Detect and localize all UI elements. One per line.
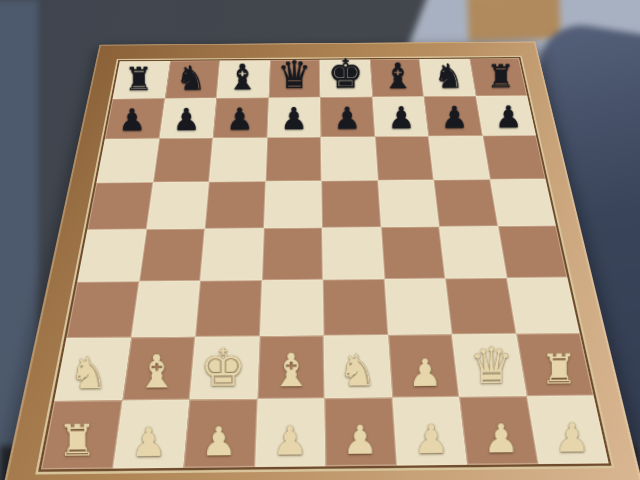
square-d4[interactable] (261, 227, 322, 279)
square-h7[interactable]: ♟ (475, 95, 536, 135)
square-b8[interactable]: ♞ (165, 60, 220, 98)
white-bishop: ♝ (135, 347, 177, 393)
black-pawn: ♟ (495, 101, 522, 131)
white-pawn: ♟ (408, 353, 442, 391)
square-c5[interactable] (205, 181, 265, 229)
white-knight: ♞ (69, 350, 109, 394)
black-rook: ♜ (125, 63, 154, 95)
square-d5[interactable] (263, 180, 322, 228)
square-e7[interactable]: ♟ (320, 96, 374, 136)
square-g3[interactable] (445, 277, 516, 334)
square-c3[interactable] (195, 279, 261, 336)
square-f4[interactable] (381, 226, 446, 278)
white-bishop: ♝ (270, 346, 312, 392)
square-a5[interactable] (87, 181, 152, 229)
black-pawn: ♟ (119, 104, 146, 135)
square-h2[interactable]: ♜ (516, 333, 594, 395)
square-c8[interactable]: ♝ (216, 60, 269, 98)
square-d3[interactable] (259, 279, 323, 336)
chess-board: ♜♞♝♛♚♝♞♜♟♟♟♟♟♟♟♟♞♝♚♝♞♟♛♜♜♟♟♟♟♟♟♟ (0, 41, 640, 480)
square-b1[interactable]: ♟ (112, 399, 189, 469)
square-b4[interactable] (139, 228, 205, 280)
black-queen: ♛ (277, 55, 311, 93)
square-f5[interactable] (377, 179, 439, 227)
white-rook: ♜ (540, 348, 577, 390)
square-g7[interactable]: ♟ (424, 95, 482, 135)
square-a8[interactable]: ♜ (113, 61, 170, 99)
black-bishop: ♝ (381, 57, 413, 93)
square-e3[interactable] (323, 278, 388, 335)
square-g6[interactable] (428, 135, 489, 179)
white-pawn: ♟ (554, 417, 590, 457)
square-d6[interactable] (265, 137, 321, 181)
black-king: ♚ (328, 53, 364, 93)
square-g2[interactable]: ♛ (452, 333, 527, 396)
square-e8[interactable]: ♚ (320, 59, 372, 96)
square-d7[interactable]: ♟ (267, 97, 321, 138)
square-c4[interactable] (200, 228, 263, 280)
white-knight: ♞ (338, 348, 377, 392)
square-h6[interactable] (482, 135, 545, 179)
square-c7[interactable]: ♟ (213, 97, 268, 138)
square-h3[interactable] (506, 277, 579, 334)
square-f6[interactable] (375, 136, 434, 180)
square-g5[interactable] (434, 179, 498, 227)
square-b2[interactable]: ♝ (122, 336, 195, 399)
square-d2[interactable]: ♝ (257, 335, 324, 398)
square-c6[interactable] (209, 137, 267, 181)
square-h5[interactable] (490, 178, 556, 226)
board-grid: ♜♞♝♛♚♝♞♜♟♟♟♟♟♟♟♟♞♝♚♝♞♟♛♜♜♟♟♟♟♟♟♟ (38, 57, 611, 472)
square-h1[interactable]: ♟ (526, 394, 608, 463)
square-c1[interactable]: ♟ (183, 398, 257, 467)
black-bishop: ♝ (226, 58, 258, 94)
square-e4[interactable] (322, 227, 384, 279)
square-a6[interactable] (96, 138, 158, 182)
white-pawn: ♟ (413, 419, 449, 459)
square-e6[interactable] (321, 136, 378, 180)
white-queen: ♛ (469, 341, 513, 391)
white-pawn: ♟ (342, 419, 378, 459)
white-king: ♚ (200, 341, 247, 393)
square-f2[interactable]: ♟ (388, 334, 459, 397)
white-rook: ♜ (58, 419, 97, 463)
square-h8[interactable]: ♜ (469, 58, 527, 95)
square-g1[interactable]: ♟ (459, 395, 538, 464)
white-pawn: ♟ (201, 421, 237, 461)
black-pawn: ♟ (387, 102, 414, 132)
black-pawn: ♟ (334, 102, 361, 133)
black-pawn: ♟ (172, 104, 199, 135)
white-pawn: ♟ (130, 421, 166, 461)
square-f7[interactable]: ♟ (372, 96, 428, 136)
square-a2[interactable]: ♞ (54, 337, 130, 400)
square-g4[interactable] (439, 226, 506, 278)
scene: ♜♞♝♛♚♝♞♜♟♟♟♟♟♟♟♟♞♝♚♝♞♟♛♜♜♟♟♟♟♟♟♟ (0, 0, 640, 480)
black-pawn: ♟ (441, 102, 468, 132)
square-e2[interactable]: ♞ (324, 335, 392, 398)
square-g8[interactable]: ♞ (419, 58, 475, 95)
square-a7[interactable]: ♟ (105, 98, 165, 139)
square-h4[interactable] (498, 225, 568, 277)
square-d8[interactable]: ♛ (268, 59, 320, 97)
square-b7[interactable]: ♟ (159, 97, 217, 138)
square-f3[interactable] (384, 278, 452, 335)
square-b5[interactable] (146, 181, 209, 229)
white-pawn: ♟ (484, 418, 520, 458)
black-knight: ♞ (434, 59, 464, 93)
black-pawn: ♟ (226, 103, 253, 134)
square-a3[interactable] (66, 280, 138, 337)
square-c2[interactable]: ♚ (190, 336, 260, 399)
black-pawn: ♟ (280, 103, 307, 134)
square-b3[interactable] (131, 280, 200, 337)
white-pawn: ♟ (272, 420, 308, 460)
black-knight: ♞ (176, 61, 206, 95)
square-f1[interactable]: ♟ (392, 396, 467, 465)
square-a1[interactable]: ♜ (41, 399, 122, 469)
black-rook: ♜ (486, 60, 515, 92)
square-b6[interactable] (153, 138, 213, 182)
square-e1[interactable]: ♟ (324, 397, 396, 466)
square-d1[interactable]: ♟ (254, 397, 325, 466)
square-f8[interactable]: ♝ (370, 59, 424, 96)
square-a4[interactable] (77, 229, 146, 281)
square-e5[interactable] (321, 180, 380, 228)
